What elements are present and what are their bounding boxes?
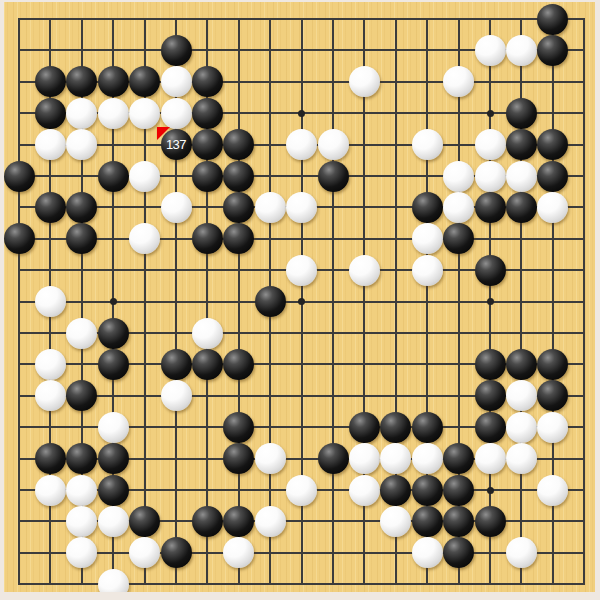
stone-black — [161, 349, 192, 380]
move-number-label: 137 — [161, 129, 192, 160]
stone-black — [98, 66, 129, 97]
stone-white — [412, 255, 443, 286]
stone-white — [66, 475, 97, 506]
stone-black — [475, 349, 506, 380]
board-frame-bottom — [0, 592, 600, 600]
stone-black — [443, 506, 474, 537]
stone-black — [506, 349, 537, 380]
stone-black — [443, 475, 474, 506]
stone-white — [255, 506, 286, 537]
stone-black — [98, 161, 129, 192]
stone-black — [475, 255, 506, 286]
stone-black — [192, 161, 223, 192]
stone-black — [223, 412, 254, 443]
stone-black — [192, 223, 223, 254]
stone-black — [412, 506, 443, 537]
stone-white — [66, 318, 97, 349]
grid-line-vertical — [583, 18, 585, 585]
stone-white — [35, 475, 66, 506]
stone-black — [537, 161, 568, 192]
stone-white — [161, 66, 192, 97]
stone-white — [98, 506, 129, 537]
stone-white — [506, 537, 537, 568]
stone-black — [161, 35, 192, 66]
stone-black — [506, 129, 537, 160]
stone-black — [98, 318, 129, 349]
stone-black — [35, 443, 66, 474]
stone-white — [443, 192, 474, 223]
stone-white — [412, 129, 443, 160]
stone-white — [506, 412, 537, 443]
stone-black — [255, 286, 286, 317]
stone-black — [192, 129, 223, 160]
stone-black — [192, 506, 223, 537]
star-point — [487, 298, 494, 305]
stone-white — [537, 412, 568, 443]
stone-black — [35, 66, 66, 97]
stone-black — [4, 223, 35, 254]
go-board[interactable]: 137 — [0, 0, 600, 600]
stone-white — [35, 129, 66, 160]
stone-white — [286, 475, 317, 506]
stone-white — [161, 192, 192, 223]
stone-black — [412, 412, 443, 443]
stone-white — [255, 443, 286, 474]
stone-white — [412, 223, 443, 254]
stone-white — [349, 66, 380, 97]
stone-white — [255, 192, 286, 223]
stone-black — [443, 443, 474, 474]
stone-black — [192, 349, 223, 380]
stone-black — [475, 192, 506, 223]
stone-white — [349, 255, 380, 286]
stone-white — [475, 35, 506, 66]
stone-black — [349, 412, 380, 443]
board-frame-top — [0, 0, 600, 2]
stone-black — [475, 412, 506, 443]
stone-black — [223, 192, 254, 223]
stone-white — [506, 443, 537, 474]
stone-white — [286, 129, 317, 160]
stone-black — [98, 349, 129, 380]
stone-white — [129, 161, 160, 192]
stone-black — [192, 98, 223, 129]
stone-black — [475, 506, 506, 537]
stone-white — [506, 161, 537, 192]
stone-black — [223, 161, 254, 192]
stone-black — [318, 161, 349, 192]
star-point — [110, 298, 117, 305]
stone-black — [537, 4, 568, 35]
stone-white — [286, 255, 317, 286]
stone-white — [286, 192, 317, 223]
stone-black — [4, 161, 35, 192]
star-point — [487, 487, 494, 494]
stone-white — [412, 443, 443, 474]
board-frame-right — [595, 0, 600, 600]
stone-white — [66, 98, 97, 129]
stone-white — [349, 443, 380, 474]
stone-black — [192, 66, 223, 97]
stone-white — [129, 98, 160, 129]
stone-black — [412, 192, 443, 223]
stone-white — [98, 98, 129, 129]
stone-black — [380, 412, 411, 443]
stone-black — [537, 35, 568, 66]
stone-white — [475, 161, 506, 192]
stone-white — [35, 349, 66, 380]
stone-white — [475, 443, 506, 474]
stone-white — [318, 129, 349, 160]
stone-white — [66, 506, 97, 537]
star-point — [487, 110, 494, 117]
stone-black — [161, 537, 192, 568]
stone-white — [537, 192, 568, 223]
stone-white — [412, 537, 443, 568]
stone-white — [192, 318, 223, 349]
stone-black — [223, 349, 254, 380]
grid-line-horizontal — [18, 552, 585, 554]
stone-black — [66, 192, 97, 223]
stone-white — [98, 412, 129, 443]
star-point — [298, 110, 305, 117]
board-frame-left — [0, 0, 4, 600]
stone-black — [506, 98, 537, 129]
stone-white — [506, 35, 537, 66]
stone-white — [35, 380, 66, 411]
stone-black — [98, 475, 129, 506]
stone-white — [349, 475, 380, 506]
stone-black — [412, 475, 443, 506]
stone-white — [443, 161, 474, 192]
stone-black — [35, 192, 66, 223]
stone-black — [475, 380, 506, 411]
stone-white — [161, 98, 192, 129]
stone-white — [161, 380, 192, 411]
stone-black — [223, 506, 254, 537]
stone-white — [475, 129, 506, 160]
stone-black — [506, 192, 537, 223]
stone-black — [129, 506, 160, 537]
stone-white — [35, 286, 66, 317]
stone-black — [318, 443, 349, 474]
stone-black — [537, 349, 568, 380]
stone-black — [98, 443, 129, 474]
stone-white — [380, 506, 411, 537]
stone-white — [537, 475, 568, 506]
stone-black — [35, 98, 66, 129]
stone-black — [380, 475, 411, 506]
stone-white — [506, 380, 537, 411]
grid-line-vertical — [332, 18, 334, 585]
